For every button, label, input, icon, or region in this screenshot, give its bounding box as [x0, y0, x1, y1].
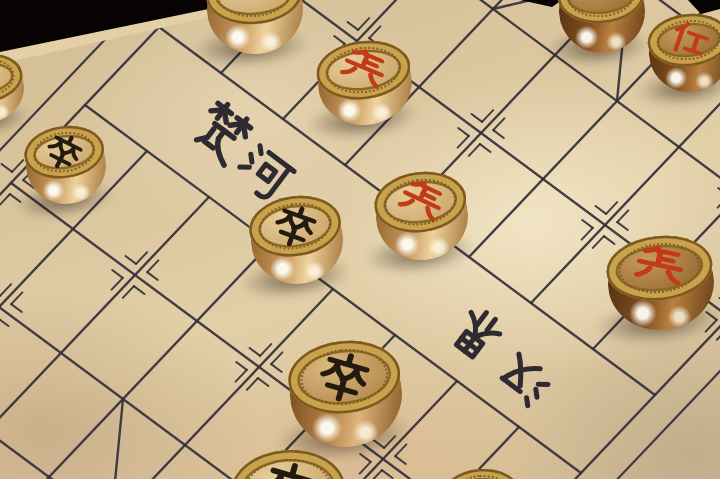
- piece-black-soldier[interactable]: [285, 335, 407, 452]
- piece-engraved-ring: [449, 473, 514, 479]
- piece-engraved-ring: [215, 0, 293, 20]
- piece-engraved-ring: [566, 0, 636, 19]
- piece-black-soldier[interactable]: [245, 190, 348, 290]
- piece-red-soldier[interactable]: [313, 36, 417, 131]
- xiangqi-photo-scene: [0, 0, 720, 479]
- piece-top-right-partial[interactable]: [556, 0, 648, 56]
- piece-red-advisor[interactable]: [645, 10, 720, 96]
- piece-red-soldier[interactable]: [603, 231, 718, 336]
- river-label-han: [497, 353, 552, 407]
- river-label-jie: [450, 305, 505, 361]
- piece-red-soldier[interactable]: [371, 167, 473, 266]
- piece-top-partial[interactable]: [204, 0, 306, 57]
- river-label-he: [233, 144, 294, 204]
- piece-black-soldier[interactable]: [21, 121, 111, 209]
- river-label-chu: [190, 99, 255, 165]
